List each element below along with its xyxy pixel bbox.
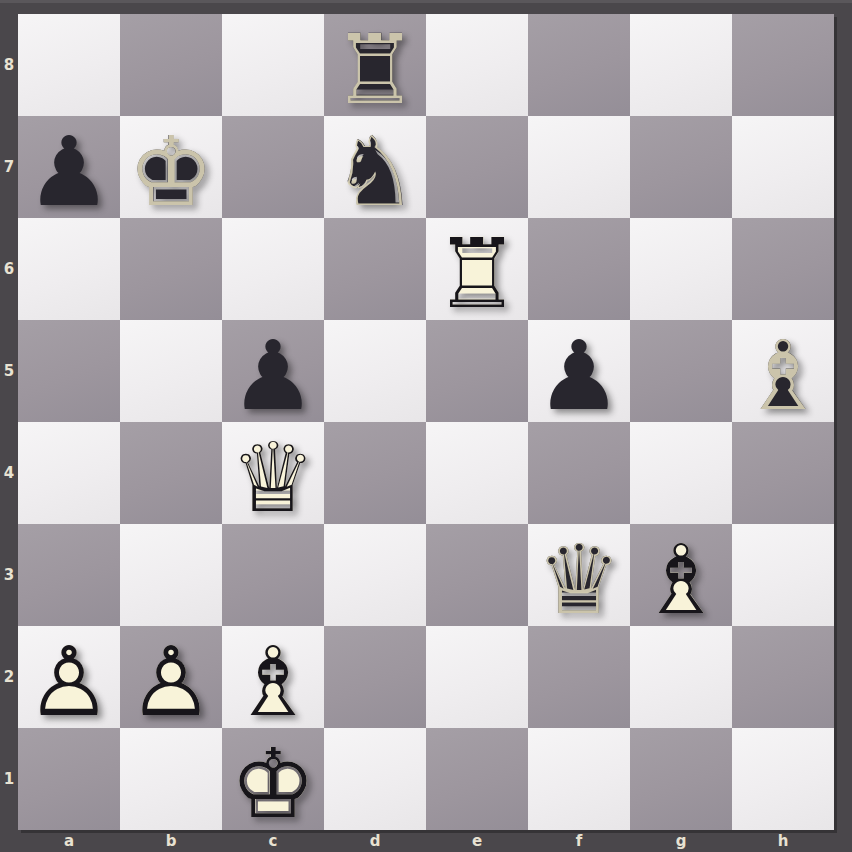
piece-black-pawn-c5[interactable]: ♟	[222, 320, 324, 422]
file-label-b: b	[120, 830, 222, 852]
white-pawn-outline: ♙	[18, 634, 120, 730]
white-bishop-outline: ♗	[222, 634, 324, 730]
rank-label-6: 6	[0, 218, 18, 320]
file-labels: abcdefgh	[18, 830, 834, 852]
square-f4[interactable]	[528, 422, 630, 524]
square-d2[interactable]	[324, 626, 426, 728]
square-f7[interactable]	[528, 116, 630, 218]
square-b6[interactable]	[120, 218, 222, 320]
square-e2[interactable]	[426, 626, 528, 728]
piece-black-queen-f3[interactable]: ♛♕	[528, 524, 630, 626]
square-b4[interactable]	[120, 422, 222, 524]
square-b8[interactable]	[120, 14, 222, 116]
piece-black-knight-d7[interactable]: ♞♘	[324, 116, 426, 218]
rank-label-3: 3	[0, 524, 18, 626]
square-h3[interactable]	[732, 524, 834, 626]
square-a4[interactable]	[18, 422, 120, 524]
black-rook-outline: ♖	[324, 22, 426, 118]
white-bishop-outline: ♗	[630, 532, 732, 628]
black-pawn-glyph: ♟	[528, 328, 630, 424]
square-e3[interactable]	[426, 524, 528, 626]
square-c1[interactable]: ♚♔	[222, 728, 324, 830]
piece-black-pawn-f5[interactable]: ♟	[528, 320, 630, 422]
square-c6[interactable]	[222, 218, 324, 320]
rank-label-4: 4	[0, 422, 18, 524]
square-a7[interactable]: ♟	[18, 116, 120, 218]
piece-black-king-b7[interactable]: ♚♔	[120, 116, 222, 218]
file-label-h: h	[732, 830, 834, 852]
square-b7[interactable]: ♚♔	[120, 116, 222, 218]
chessboard: ♜♖♟♚♔♞♘♜♖♟♟♝♗♛♕♛♕♝♗♟♙♟♙♝♗♚♔	[18, 14, 834, 830]
rank-label-7: 7	[0, 116, 18, 218]
piece-white-queen-c4[interactable]: ♛♕	[222, 422, 324, 524]
black-knight-outline: ♘	[324, 124, 426, 220]
square-c5[interactable]: ♟	[222, 320, 324, 422]
square-d8[interactable]: ♜♖	[324, 14, 426, 116]
square-a8[interactable]	[18, 14, 120, 116]
square-a2[interactable]: ♟♙	[18, 626, 120, 728]
file-label-a: a	[18, 830, 120, 852]
white-king-outline: ♔	[222, 736, 324, 832]
square-f2[interactable]	[528, 626, 630, 728]
rank-label-2: 2	[0, 626, 18, 728]
piece-white-bishop-c2[interactable]: ♝♗	[222, 626, 324, 728]
square-h8[interactable]	[732, 14, 834, 116]
square-d1[interactable]	[324, 728, 426, 830]
square-e7[interactable]	[426, 116, 528, 218]
white-rook-outline: ♖	[426, 226, 528, 322]
white-pawn-outline: ♙	[120, 634, 222, 730]
square-b3[interactable]	[120, 524, 222, 626]
black-queen-outline: ♕	[528, 532, 630, 628]
square-d7[interactable]: ♞♘	[324, 116, 426, 218]
square-h6[interactable]	[732, 218, 834, 320]
rank-label-8: 8	[0, 14, 18, 116]
file-label-d: d	[324, 830, 426, 852]
square-f8[interactable]	[528, 14, 630, 116]
square-c2[interactable]: ♝♗	[222, 626, 324, 728]
square-f6[interactable]	[528, 218, 630, 320]
square-d5[interactable]	[324, 320, 426, 422]
square-h1[interactable]	[732, 728, 834, 830]
square-e4[interactable]	[426, 422, 528, 524]
black-pawn-glyph: ♟	[18, 124, 120, 220]
piece-white-pawn-b2[interactable]: ♟♙	[120, 626, 222, 728]
square-g2[interactable]	[630, 626, 732, 728]
square-c3[interactable]	[222, 524, 324, 626]
square-c7[interactable]	[222, 116, 324, 218]
square-f5[interactable]: ♟	[528, 320, 630, 422]
square-h5[interactable]: ♝♗	[732, 320, 834, 422]
square-g5[interactable]	[630, 320, 732, 422]
square-d3[interactable]	[324, 524, 426, 626]
piece-white-king-c1[interactable]: ♚♔	[222, 728, 324, 830]
square-g6[interactable]	[630, 218, 732, 320]
square-f1[interactable]	[528, 728, 630, 830]
square-a6[interactable]	[18, 218, 120, 320]
file-label-g: g	[630, 830, 732, 852]
square-e5[interactable]	[426, 320, 528, 422]
square-e8[interactable]	[426, 14, 528, 116]
square-g1[interactable]	[630, 728, 732, 830]
piece-white-bishop-g3[interactable]: ♝♗	[630, 524, 732, 626]
file-label-c: c	[222, 830, 324, 852]
square-a1[interactable]	[18, 728, 120, 830]
square-d4[interactable]	[324, 422, 426, 524]
black-bishop-outline: ♗	[732, 328, 834, 424]
piece-black-rook-d8[interactable]: ♜♖	[324, 14, 426, 116]
square-g8[interactable]	[630, 14, 732, 116]
white-queen-outline: ♕	[222, 430, 324, 526]
square-h4[interactable]	[732, 422, 834, 524]
square-c8[interactable]	[222, 14, 324, 116]
square-g4[interactable]	[630, 422, 732, 524]
file-label-e: e	[426, 830, 528, 852]
black-king-outline: ♔	[120, 124, 222, 220]
square-a3[interactable]	[18, 524, 120, 626]
piece-white-rook-e6[interactable]: ♜♖	[426, 218, 528, 320]
square-g7[interactable]	[630, 116, 732, 218]
square-e1[interactable]	[426, 728, 528, 830]
file-label-f: f	[528, 830, 630, 852]
square-c4[interactable]: ♛♕	[222, 422, 324, 524]
square-a5[interactable]	[18, 320, 120, 422]
square-h2[interactable]	[732, 626, 834, 728]
square-d6[interactable]	[324, 218, 426, 320]
rank-label-5: 5	[0, 320, 18, 422]
piece-black-pawn-a7[interactable]: ♟	[18, 116, 120, 218]
rank-label-1: 1	[0, 728, 18, 830]
rank-labels: 87654321	[0, 14, 18, 830]
black-pawn-glyph: ♟	[222, 328, 324, 424]
piece-white-pawn-a2[interactable]: ♟♙	[18, 626, 120, 728]
square-h7[interactable]	[732, 116, 834, 218]
square-b2[interactable]: ♟♙	[120, 626, 222, 728]
square-b1[interactable]	[120, 728, 222, 830]
square-b5[interactable]	[120, 320, 222, 422]
square-f3[interactable]: ♛♕	[528, 524, 630, 626]
square-g3[interactable]: ♝♗	[630, 524, 732, 626]
piece-black-bishop-h5[interactable]: ♝♗	[732, 320, 834, 422]
chessboard-frame: ♜♖♟♚♔♞♘♜♖♟♟♝♗♛♕♛♕♝♗♟♙♟♙♝♗♚♔ 87654321 abc…	[0, 0, 852, 852]
square-e6[interactable]: ♜♖	[426, 218, 528, 320]
